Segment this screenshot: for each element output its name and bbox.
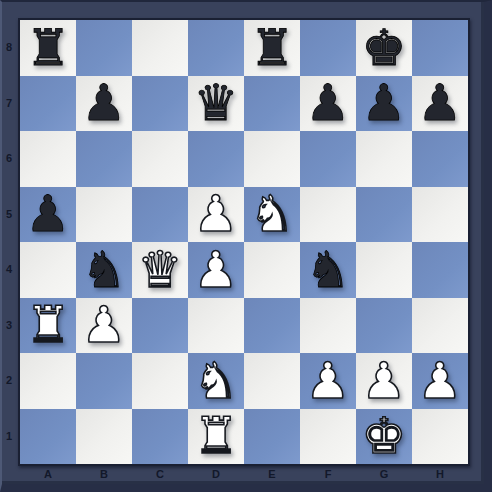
file-label-d: D xyxy=(188,467,244,481)
piece-white-rook: ♜ xyxy=(194,411,239,461)
square-f8[interactable] xyxy=(300,20,356,76)
square-c4[interactable]: ♛ xyxy=(132,242,188,298)
square-g1[interactable]: ♚ xyxy=(356,409,412,465)
piece-black-pawn: ♟ xyxy=(418,78,463,128)
file-label-c: C xyxy=(132,467,188,481)
square-d1[interactable]: ♜ xyxy=(188,409,244,465)
square-g3[interactable] xyxy=(356,298,412,354)
square-f1[interactable] xyxy=(300,409,356,465)
square-h6[interactable] xyxy=(412,131,468,187)
square-d6[interactable] xyxy=(188,131,244,187)
chess-diagram: ♜♜♚♟♛♟♟♟♟♟♞♞♛♟♞♜♟♞♟♟♟♜♚ 87654321ABCDEFGH xyxy=(0,0,492,492)
square-a6[interactable] xyxy=(20,131,76,187)
square-f2[interactable]: ♟ xyxy=(300,353,356,409)
piece-black-knight: ♞ xyxy=(82,245,127,295)
piece-black-pawn: ♟ xyxy=(82,78,127,128)
square-c7[interactable] xyxy=(132,76,188,132)
square-b4[interactable]: ♞ xyxy=(76,242,132,298)
square-h4[interactable] xyxy=(412,242,468,298)
square-c3[interactable] xyxy=(132,298,188,354)
square-h7[interactable]: ♟ xyxy=(412,76,468,132)
square-g7[interactable]: ♟ xyxy=(356,76,412,132)
square-a4[interactable] xyxy=(20,242,76,298)
piece-white-pawn: ♟ xyxy=(194,189,239,239)
rank-label-3: 3 xyxy=(0,298,18,354)
piece-black-pawn: ♟ xyxy=(362,78,407,128)
square-b3[interactable]: ♟ xyxy=(76,298,132,354)
square-c8[interactable] xyxy=(132,20,188,76)
square-a1[interactable] xyxy=(20,409,76,465)
file-label-g: G xyxy=(356,467,412,481)
square-f6[interactable] xyxy=(300,131,356,187)
square-e8[interactable]: ♜ xyxy=(244,20,300,76)
square-f7[interactable]: ♟ xyxy=(300,76,356,132)
square-h3[interactable] xyxy=(412,298,468,354)
square-f4[interactable]: ♞ xyxy=(300,242,356,298)
square-e2[interactable] xyxy=(244,353,300,409)
square-e3[interactable] xyxy=(244,298,300,354)
rank-label-5: 5 xyxy=(0,187,18,243)
piece-black-rook: ♜ xyxy=(250,23,295,73)
square-c5[interactable] xyxy=(132,187,188,243)
square-e6[interactable] xyxy=(244,131,300,187)
rank-label-7: 7 xyxy=(0,76,18,132)
square-b7[interactable]: ♟ xyxy=(76,76,132,132)
square-a2[interactable] xyxy=(20,353,76,409)
square-b2[interactable] xyxy=(76,353,132,409)
piece-white-queen: ♛ xyxy=(138,245,183,295)
square-c1[interactable] xyxy=(132,409,188,465)
rank-label-8: 8 xyxy=(0,20,18,76)
square-b6[interactable] xyxy=(76,131,132,187)
square-d5[interactable]: ♟ xyxy=(188,187,244,243)
square-e1[interactable] xyxy=(244,409,300,465)
file-label-h: H xyxy=(412,467,468,481)
square-b1[interactable] xyxy=(76,409,132,465)
square-d3[interactable] xyxy=(188,298,244,354)
piece-white-king: ♚ xyxy=(362,411,407,461)
square-d7[interactable]: ♛ xyxy=(188,76,244,132)
piece-black-pawn: ♟ xyxy=(26,189,71,239)
square-d4[interactable]: ♟ xyxy=(188,242,244,298)
square-a5[interactable]: ♟ xyxy=(20,187,76,243)
piece-white-pawn: ♟ xyxy=(418,356,463,406)
square-f5[interactable] xyxy=(300,187,356,243)
square-d8[interactable] xyxy=(188,20,244,76)
square-a7[interactable] xyxy=(20,76,76,132)
piece-white-pawn: ♟ xyxy=(82,300,127,350)
square-a3[interactable]: ♜ xyxy=(20,298,76,354)
square-b5[interactable] xyxy=(76,187,132,243)
square-g2[interactable]: ♟ xyxy=(356,353,412,409)
piece-black-pawn: ♟ xyxy=(306,78,351,128)
square-g6[interactable] xyxy=(356,131,412,187)
piece-black-king: ♚ xyxy=(362,23,407,73)
piece-black-knight: ♞ xyxy=(306,245,351,295)
square-h2[interactable]: ♟ xyxy=(412,353,468,409)
square-h1[interactable] xyxy=(412,409,468,465)
piece-white-knight: ♞ xyxy=(194,356,239,406)
square-h5[interactable] xyxy=(412,187,468,243)
piece-black-queen: ♛ xyxy=(194,78,239,128)
square-g8[interactable]: ♚ xyxy=(356,20,412,76)
file-label-a: A xyxy=(20,467,76,481)
square-c2[interactable] xyxy=(132,353,188,409)
piece-white-knight: ♞ xyxy=(250,189,295,239)
chess-board: ♜♜♚♟♛♟♟♟♟♟♞♞♛♟♞♜♟♞♟♟♟♜♚ xyxy=(20,20,468,464)
piece-white-rook: ♜ xyxy=(26,300,71,350)
square-g4[interactable] xyxy=(356,242,412,298)
square-h8[interactable] xyxy=(412,20,468,76)
file-label-f: F xyxy=(300,467,356,481)
rank-label-1: 1 xyxy=(0,409,18,465)
square-a8[interactable]: ♜ xyxy=(20,20,76,76)
rank-label-4: 4 xyxy=(0,242,18,298)
piece-white-pawn: ♟ xyxy=(306,356,351,406)
board-wrap: ♜♜♚♟♛♟♟♟♟♟♞♞♛♟♞♜♟♞♟♟♟♜♚ xyxy=(18,18,470,466)
piece-white-pawn: ♟ xyxy=(194,245,239,295)
square-b8[interactable] xyxy=(76,20,132,76)
rank-label-2: 2 xyxy=(0,353,18,409)
piece-black-rook: ♜ xyxy=(26,23,71,73)
square-c6[interactable] xyxy=(132,131,188,187)
file-label-b: B xyxy=(76,467,132,481)
square-d2[interactable]: ♞ xyxy=(188,353,244,409)
piece-white-pawn: ♟ xyxy=(362,356,407,406)
square-e5[interactable]: ♞ xyxy=(244,187,300,243)
square-g5[interactable] xyxy=(356,187,412,243)
file-label-e: E xyxy=(244,467,300,481)
square-e4[interactable] xyxy=(244,242,300,298)
square-f3[interactable] xyxy=(300,298,356,354)
rank-label-6: 6 xyxy=(0,131,18,187)
square-e7[interactable] xyxy=(244,76,300,132)
